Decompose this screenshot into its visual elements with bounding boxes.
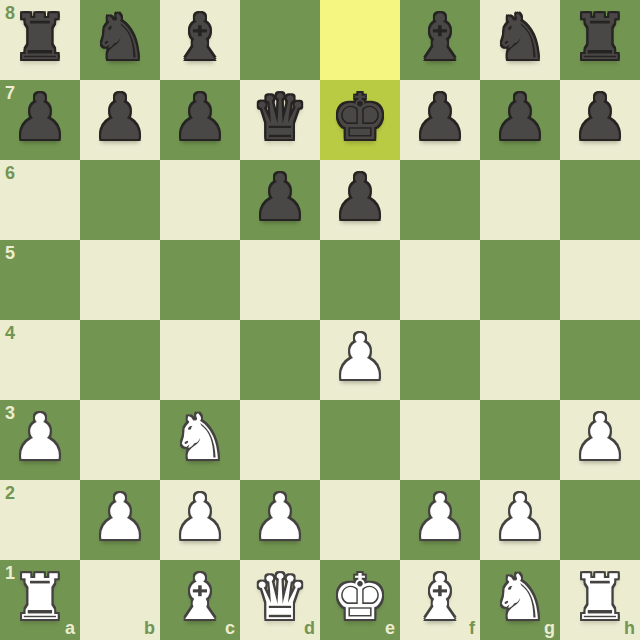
piece-white-pawn[interactable]: ♟ — [492, 486, 548, 549]
square-b5[interactable] — [80, 240, 160, 320]
piece-black-rook[interactable]: ♜ — [572, 6, 628, 69]
rank-label-2: 2 — [5, 484, 15, 502]
piece-black-pawn[interactable]: ♟ — [492, 86, 548, 149]
piece-black-bishop[interactable]: ♝ — [412, 6, 468, 69]
piece-white-pawn[interactable]: ♟ — [92, 486, 148, 549]
square-a5[interactable]: 5 — [0, 240, 80, 320]
square-g5[interactable] — [480, 240, 560, 320]
piece-white-bishop[interactable]: ♝ — [412, 566, 468, 629]
piece-black-king[interactable]: ♚ — [332, 86, 388, 149]
square-b1[interactable]: b — [80, 560, 160, 640]
piece-white-queen[interactable]: ♛ — [252, 566, 308, 629]
rank-label-6: 6 — [5, 164, 15, 182]
piece-white-knight[interactable]: ♞ — [172, 406, 228, 469]
square-g1[interactable]: g♞ — [480, 560, 560, 640]
piece-black-pawn[interactable]: ♟ — [92, 86, 148, 149]
square-f6[interactable] — [400, 160, 480, 240]
square-c8[interactable]: ♝ — [160, 0, 240, 80]
square-e1[interactable]: e♚ — [320, 560, 400, 640]
chess-board: 8♜♞♝♝♞♜7♟♟♟♛♚♟♟♟6♟♟54♟3♟♞♟2♟♟♟♟♟1a♜bc♝d♛… — [0, 0, 640, 640]
square-h6[interactable] — [560, 160, 640, 240]
square-b7[interactable]: ♟ — [80, 80, 160, 160]
square-a8[interactable]: 8♜ — [0, 0, 80, 80]
piece-black-knight[interactable]: ♞ — [92, 6, 148, 69]
file-label-f: f — [469, 619, 475, 637]
square-d1[interactable]: d♛ — [240, 560, 320, 640]
piece-black-pawn[interactable]: ♟ — [572, 86, 628, 149]
piece-black-pawn[interactable]: ♟ — [172, 86, 228, 149]
square-h4[interactable] — [560, 320, 640, 400]
square-a1[interactable]: 1a♜ — [0, 560, 80, 640]
piece-black-knight[interactable]: ♞ — [492, 6, 548, 69]
piece-white-pawn[interactable]: ♟ — [412, 486, 468, 549]
square-a7[interactable]: 7♟ — [0, 80, 80, 160]
square-g8[interactable]: ♞ — [480, 0, 560, 80]
piece-black-pawn[interactable]: ♟ — [12, 86, 68, 149]
piece-white-bishop[interactable]: ♝ — [172, 566, 228, 629]
square-f1[interactable]: f♝ — [400, 560, 480, 640]
square-e6[interactable]: ♟ — [320, 160, 400, 240]
square-c6[interactable] — [160, 160, 240, 240]
square-b2[interactable]: ♟ — [80, 480, 160, 560]
square-b4[interactable] — [80, 320, 160, 400]
square-d5[interactable] — [240, 240, 320, 320]
square-e8[interactable] — [320, 0, 400, 80]
square-f7[interactable]: ♟ — [400, 80, 480, 160]
square-b8[interactable]: ♞ — [80, 0, 160, 80]
square-e3[interactable] — [320, 400, 400, 480]
square-f5[interactable] — [400, 240, 480, 320]
chess-board-container: 8♜♞♝♝♞♜7♟♟♟♛♚♟♟♟6♟♟54♟3♟♞♟2♟♟♟♟♟1a♜bc♝d♛… — [0, 0, 640, 640]
piece-black-queen[interactable]: ♛ — [252, 86, 308, 149]
square-f4[interactable] — [400, 320, 480, 400]
piece-black-pawn[interactable]: ♟ — [332, 166, 388, 229]
square-a6[interactable]: 6 — [0, 160, 80, 240]
square-e7[interactable]: ♚ — [320, 80, 400, 160]
file-label-b: b — [144, 619, 155, 637]
square-h1[interactable]: h♜ — [560, 560, 640, 640]
square-h7[interactable]: ♟ — [560, 80, 640, 160]
piece-white-rook[interactable]: ♜ — [12, 566, 68, 629]
square-d6[interactable]: ♟ — [240, 160, 320, 240]
square-f2[interactable]: ♟ — [400, 480, 480, 560]
square-c7[interactable]: ♟ — [160, 80, 240, 160]
square-d3[interactable] — [240, 400, 320, 480]
square-f3[interactable] — [400, 400, 480, 480]
rank-label-4: 4 — [5, 324, 15, 342]
square-g4[interactable] — [480, 320, 560, 400]
square-c2[interactable]: ♟ — [160, 480, 240, 560]
square-c5[interactable] — [160, 240, 240, 320]
square-a3[interactable]: 3♟ — [0, 400, 80, 480]
square-b3[interactable] — [80, 400, 160, 480]
square-g7[interactable]: ♟ — [480, 80, 560, 160]
square-g6[interactable] — [480, 160, 560, 240]
square-h5[interactable] — [560, 240, 640, 320]
square-h3[interactable]: ♟ — [560, 400, 640, 480]
square-b6[interactable] — [80, 160, 160, 240]
square-d2[interactable]: ♟ — [240, 480, 320, 560]
square-f8[interactable]: ♝ — [400, 0, 480, 80]
piece-white-pawn[interactable]: ♟ — [12, 406, 68, 469]
piece-black-bishop[interactable]: ♝ — [172, 6, 228, 69]
piece-white-pawn[interactable]: ♟ — [332, 326, 388, 389]
piece-white-rook[interactable]: ♜ — [572, 566, 628, 629]
piece-white-pawn[interactable]: ♟ — [252, 486, 308, 549]
square-g2[interactable]: ♟ — [480, 480, 560, 560]
square-h8[interactable]: ♜ — [560, 0, 640, 80]
piece-white-pawn[interactable]: ♟ — [172, 486, 228, 549]
square-a2[interactable]: 2 — [0, 480, 80, 560]
square-c4[interactable] — [160, 320, 240, 400]
rank-label-5: 5 — [5, 244, 15, 262]
piece-black-pawn[interactable]: ♟ — [412, 86, 468, 149]
piece-black-pawn[interactable]: ♟ — [252, 166, 308, 229]
piece-white-king[interactable]: ♚ — [332, 566, 388, 629]
piece-white-pawn[interactable]: ♟ — [572, 406, 628, 469]
piece-black-rook[interactable]: ♜ — [12, 6, 68, 69]
square-a4[interactable]: 4 — [0, 320, 80, 400]
square-e4[interactable]: ♟ — [320, 320, 400, 400]
square-e2[interactable] — [320, 480, 400, 560]
square-d7[interactable]: ♛ — [240, 80, 320, 160]
square-h2[interactable] — [560, 480, 640, 560]
square-c3[interactable]: ♞ — [160, 400, 240, 480]
square-g3[interactable] — [480, 400, 560, 480]
square-d4[interactable] — [240, 320, 320, 400]
square-e5[interactable] — [320, 240, 400, 320]
square-d8[interactable] — [240, 0, 320, 80]
piece-white-knight[interactable]: ♞ — [492, 566, 548, 629]
square-c1[interactable]: c♝ — [160, 560, 240, 640]
